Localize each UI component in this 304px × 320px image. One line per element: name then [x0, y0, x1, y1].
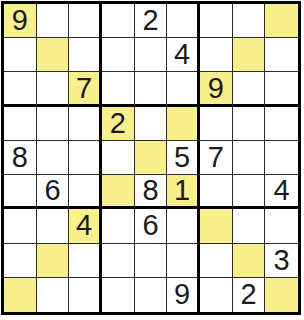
cell-r1c5[interactable]: 2: [135, 4, 168, 38]
cell-r6c1[interactable]: [4, 175, 37, 209]
cell-r7c1[interactable]: [4, 209, 37, 243]
cell-r5c7[interactable]: 7: [200, 141, 233, 175]
cell-r3c1[interactable]: [4, 72, 37, 106]
cell-r5c4[interactable]: [102, 141, 135, 175]
cell-r1c4[interactable]: [102, 4, 135, 38]
given-digit: 4: [174, 40, 190, 69]
cell-r7c3[interactable]: 4: [69, 209, 102, 243]
cell-r8c4[interactable]: [102, 244, 135, 278]
cell-r5c6[interactable]: 5: [167, 141, 200, 175]
cell-r8c9[interactable]: 3: [265, 244, 298, 278]
cell-r5c2[interactable]: [37, 141, 70, 175]
cell-r4c8[interactable]: [233, 107, 266, 141]
cell-r4c9[interactable]: [265, 107, 298, 141]
given-digit: 5: [174, 143, 190, 172]
cell-r7c2[interactable]: [37, 209, 70, 243]
cell-r4c2[interactable]: [37, 107, 70, 141]
cell-r7c8[interactable]: [233, 209, 266, 243]
cell-r5c8[interactable]: [233, 141, 266, 175]
cell-r8c5[interactable]: [135, 244, 168, 278]
cell-r3c5[interactable]: [135, 72, 168, 106]
cell-r6c4[interactable]: [102, 175, 135, 209]
cell-r9c4[interactable]: [102, 278, 135, 312]
cell-r5c5[interactable]: [135, 141, 168, 175]
cell-r9c9[interactable]: [265, 278, 298, 312]
cell-r4c1[interactable]: [4, 107, 37, 141]
cell-r6c3[interactable]: [69, 175, 102, 209]
cell-r2c1[interactable]: [4, 38, 37, 72]
sudoku-board: 924792857681446392: [1, 1, 301, 315]
cell-r3c3[interactable]: 7: [69, 72, 102, 106]
cell-r2c3[interactable]: [69, 38, 102, 72]
cell-r3c6[interactable]: [167, 72, 200, 106]
cell-r5c1[interactable]: 8: [4, 141, 37, 175]
given-digit: 4: [274, 176, 290, 205]
cell-r4c7[interactable]: [200, 107, 233, 141]
cell-r2c7[interactable]: [200, 38, 233, 72]
cell-r2c8[interactable]: [233, 38, 266, 72]
cell-r9c2[interactable]: [37, 278, 70, 312]
given-digit: 2: [110, 109, 126, 138]
given-digit: 2: [142, 6, 158, 35]
cell-r3c8[interactable]: [233, 72, 266, 106]
cell-r3c7[interactable]: 9: [200, 72, 233, 106]
given-digit: 8: [142, 176, 158, 205]
cell-r7c7[interactable]: [200, 209, 233, 243]
cell-r5c3[interactable]: [69, 141, 102, 175]
cell-r3c4[interactable]: [102, 72, 135, 106]
cell-r8c6[interactable]: [167, 244, 200, 278]
given-digit: 8: [12, 143, 28, 172]
given-digit: 9: [174, 280, 190, 309]
given-digit: 1: [174, 176, 190, 205]
cell-r3c9[interactable]: [265, 72, 298, 106]
cell-r6c7[interactable]: [200, 175, 233, 209]
cell-r8c2[interactable]: [37, 244, 70, 278]
cell-r9c7[interactable]: [200, 278, 233, 312]
cell-r8c8[interactable]: [233, 244, 266, 278]
cell-r4c4[interactable]: 2: [102, 107, 135, 141]
given-digit: 7: [208, 143, 224, 172]
given-digit: 3: [274, 246, 290, 275]
cell-r3c2[interactable]: [37, 72, 70, 106]
cell-r9c8[interactable]: 2: [233, 278, 266, 312]
cell-r4c3[interactable]: [69, 107, 102, 141]
given-digit: 7: [76, 74, 92, 103]
cell-r1c3[interactable]: [69, 4, 102, 38]
cell-r1c2[interactable]: [37, 4, 70, 38]
cell-r6c8[interactable]: [233, 175, 266, 209]
cell-r6c9[interactable]: 4: [265, 175, 298, 209]
cell-r1c6[interactable]: [167, 4, 200, 38]
cell-r1c1[interactable]: 9: [4, 4, 37, 38]
cell-r4c5[interactable]: [135, 107, 168, 141]
cell-r7c6[interactable]: [167, 209, 200, 243]
cell-r7c5[interactable]: 6: [135, 209, 168, 243]
cell-r8c1[interactable]: [4, 244, 37, 278]
cell-r7c4[interactable]: [102, 209, 135, 243]
cell-r2c9[interactable]: [265, 38, 298, 72]
given-digit: 6: [142, 211, 158, 240]
given-digit: 2: [240, 280, 256, 309]
given-digit: 9: [208, 74, 224, 103]
cell-r2c2[interactable]: [37, 38, 70, 72]
cell-r8c7[interactable]: [200, 244, 233, 278]
cell-r4c6[interactable]: [167, 107, 200, 141]
cell-r1c9[interactable]: [265, 4, 298, 38]
cell-r1c7[interactable]: [200, 4, 233, 38]
cell-r7c9[interactable]: [265, 209, 298, 243]
given-digit: 4: [76, 211, 92, 240]
cell-r5c9[interactable]: [265, 141, 298, 175]
cell-r8c3[interactable]: [69, 244, 102, 278]
cell-r6c2[interactable]: 6: [37, 175, 70, 209]
cell-r2c4[interactable]: [102, 38, 135, 72]
given-digit: 6: [44, 176, 60, 205]
cell-r9c1[interactable]: [4, 278, 37, 312]
cell-r2c6[interactable]: 4: [167, 38, 200, 72]
cell-r6c5[interactable]: 8: [135, 175, 168, 209]
given-digit: 9: [12, 6, 28, 35]
cell-r9c3[interactable]: [69, 278, 102, 312]
cell-r6c6[interactable]: 1: [167, 175, 200, 209]
cell-r9c5[interactable]: [135, 278, 168, 312]
cell-r9c6[interactable]: 9: [167, 278, 200, 312]
cell-r1c8[interactable]: [233, 4, 266, 38]
cell-r2c5[interactable]: [135, 38, 168, 72]
